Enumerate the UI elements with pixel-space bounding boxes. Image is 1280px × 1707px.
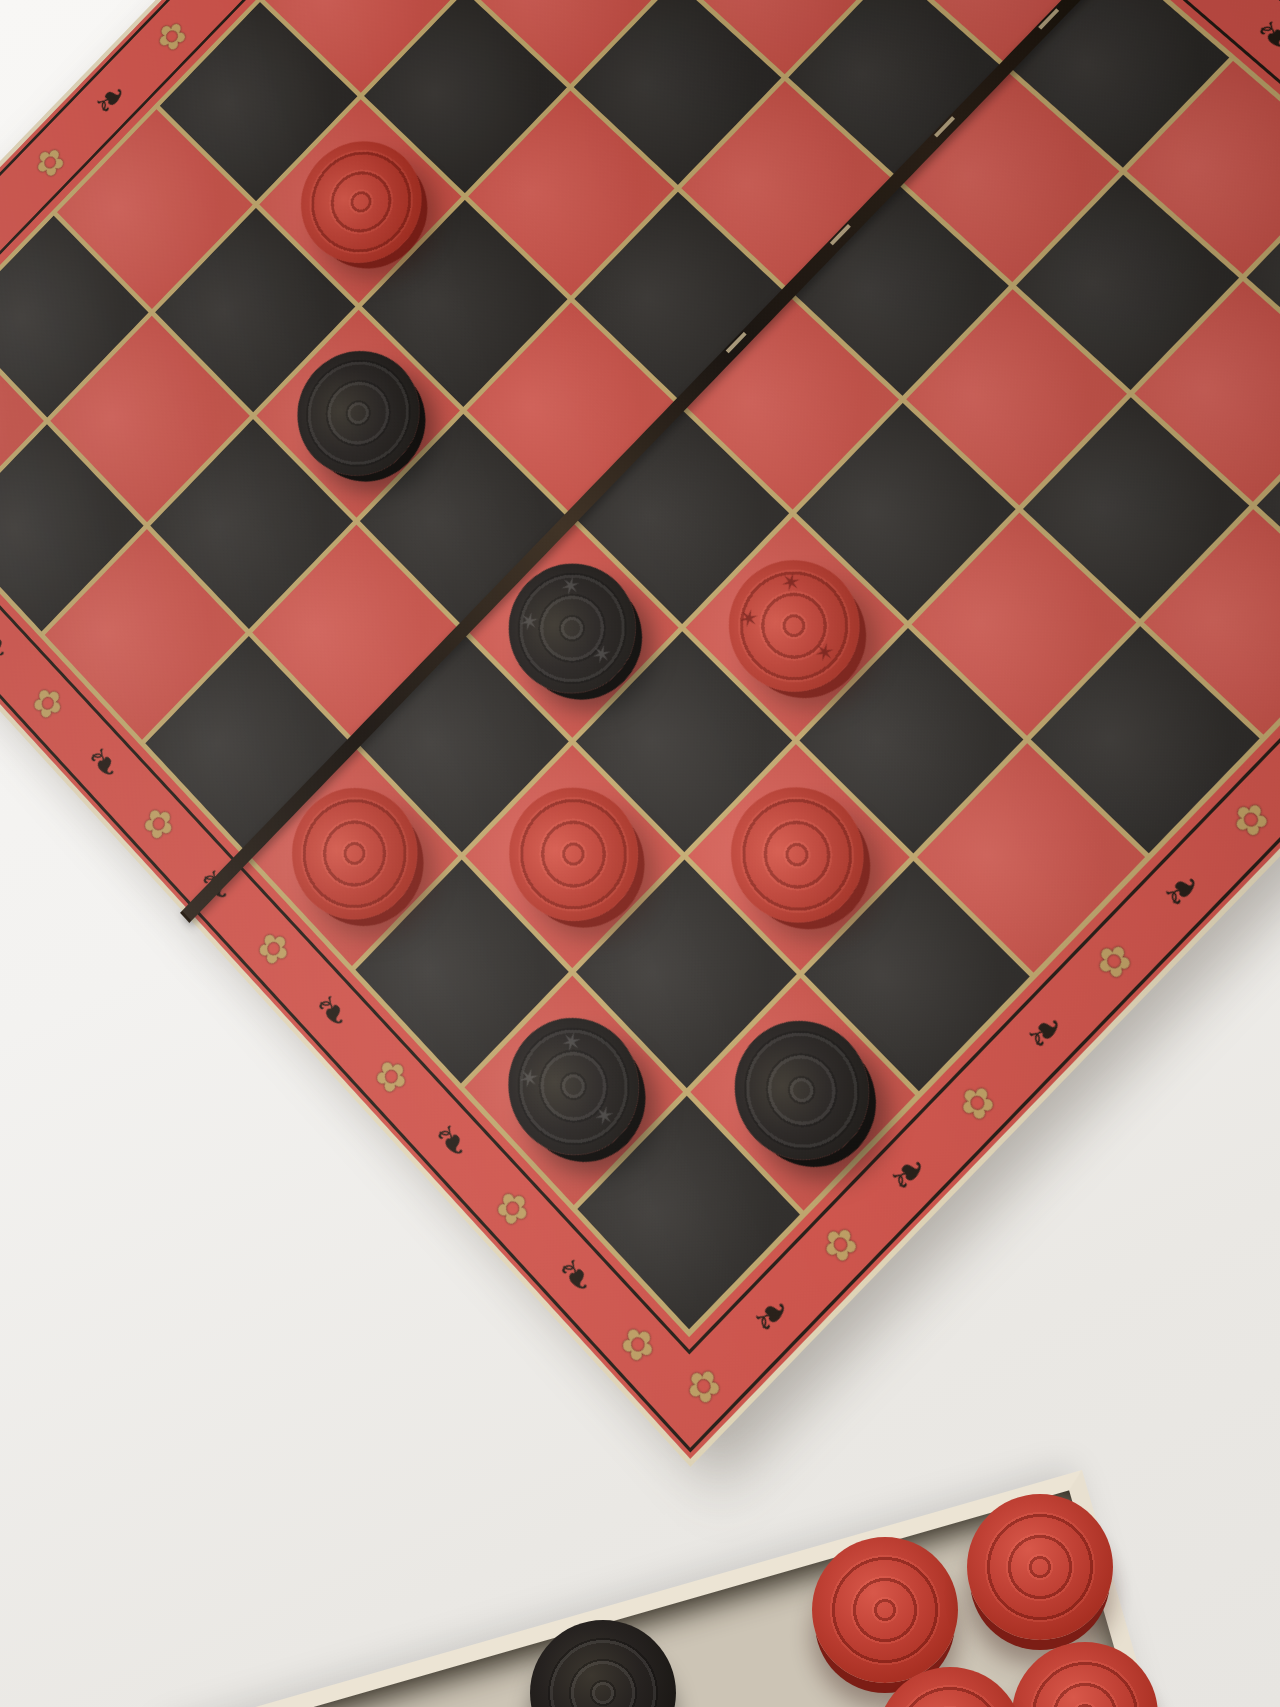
box-checker-black-1[interactable] [530, 1620, 676, 1707]
photo-backdrop: ✿❧✿❧✿❧✿❧✿❧✿❧✿❧✿ ✿❧✿❧✿❧✿❧✿❧✿❧✿❧✿ ✿❧✿❧✿❧✿❧… [0, 0, 1280, 1707]
box-pieces-layer [0, 0, 1280, 1707]
box-checker-red-2[interactable] [812, 1537, 958, 1683]
box-checker-red-3[interactable] [967, 1494, 1113, 1640]
box-checker-red-4[interactable] [1012, 1642, 1158, 1707]
